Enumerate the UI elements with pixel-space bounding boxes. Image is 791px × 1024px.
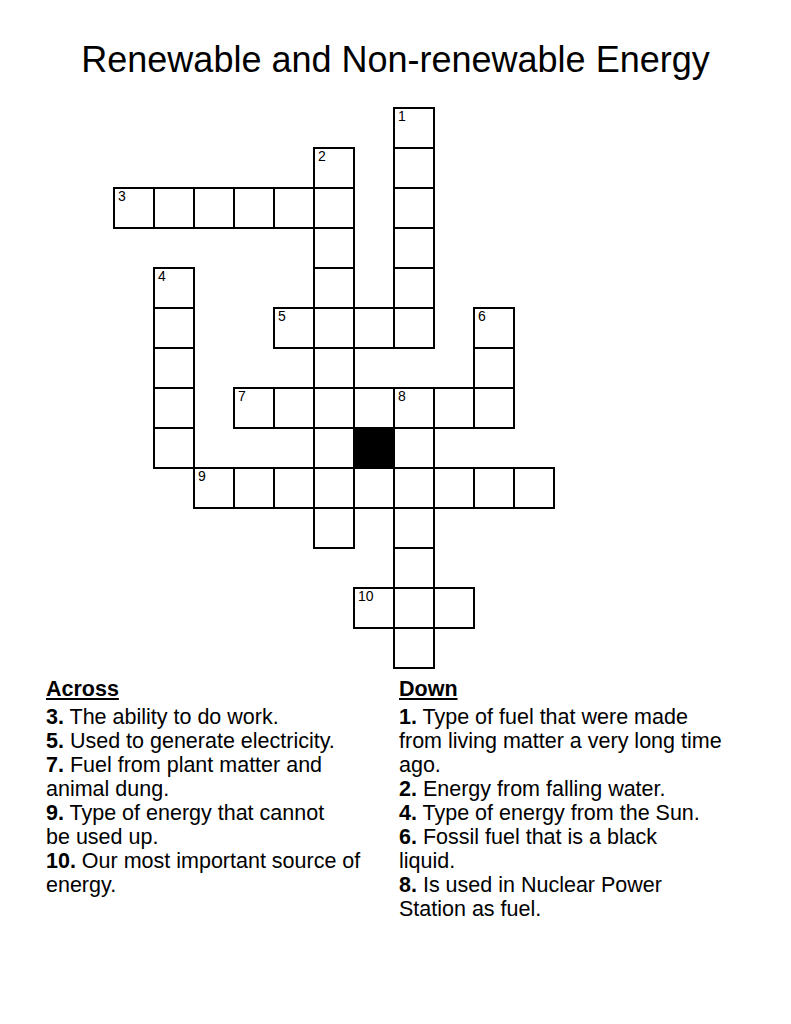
grid-cell-r7c5[interactable] — [313, 387, 355, 429]
grid-cell-r12c6[interactable]: 10 — [353, 587, 395, 629]
page-title: Renewable and Non-renewable Energy — [0, 39, 791, 80]
down-clue-8: 8. Is used in Nuclear PowerStation as fu… — [399, 873, 751, 921]
grid-cell-r9c9[interactable] — [473, 467, 515, 509]
grid-cell-r4c7[interactable] — [393, 267, 435, 309]
across-clue-3: 3. The ability to do work. — [46, 705, 396, 729]
grid-cell-r5c1[interactable] — [153, 307, 195, 349]
grid-cell-r9c4[interactable] — [273, 467, 315, 509]
grid-cell-r2c5[interactable] — [313, 187, 355, 229]
grid-cell-r2c0[interactable]: 3 — [113, 187, 155, 229]
grid-cell-r10c7[interactable] — [393, 507, 435, 549]
down-clue-1: 1. Type of fuel that were madefrom livin… — [399, 705, 751, 777]
across-clue-9: 9. Type of energy that cannotbe used up. — [46, 801, 396, 849]
grid-cell-r9c3[interactable] — [233, 467, 275, 509]
grid-cell-r7c8[interactable] — [433, 387, 475, 429]
clue-number-8: 8 — [398, 389, 406, 404]
grid-cell-r9c7[interactable] — [393, 467, 435, 509]
across-clue-list: 3. The ability to do work.5. Used to gen… — [46, 705, 396, 897]
clue-number-3: 3 — [118, 189, 126, 204]
grid-cell-r6c9[interactable] — [473, 347, 515, 389]
clue-number-7: 7 — [238, 389, 246, 404]
grid-cell-r5c6[interactable] — [353, 307, 395, 349]
grid-cell-r3c5[interactable] — [313, 227, 355, 269]
clue-number-6: 6 — [478, 309, 486, 324]
grid-cell-r2c7[interactable] — [393, 187, 435, 229]
across-header: Across — [46, 677, 396, 701]
grid-cell-r12c8[interactable] — [433, 587, 475, 629]
grid-cell-r8c5[interactable] — [313, 427, 355, 469]
grid-cell-r12c7[interactable] — [393, 587, 435, 629]
grid-cell-r1c5[interactable]: 2 — [313, 147, 355, 189]
grid-cell-r7c3[interactable]: 7 — [233, 387, 275, 429]
crossword-grid: 12345678910 — [113, 107, 555, 669]
clue-number-4: 4 — [158, 269, 166, 284]
grid-cell-r6c1[interactable] — [153, 347, 195, 389]
clue-number-2: 2 — [318, 149, 326, 164]
down-clue-2: 2. Energy from falling water. — [399, 777, 751, 801]
grid-cell-r4c5[interactable] — [313, 267, 355, 309]
grid-cell-r7c9[interactable] — [473, 387, 515, 429]
grid-cell-r0c7[interactable]: 1 — [393, 107, 435, 149]
grid-cell-r2c4[interactable] — [273, 187, 315, 229]
grid-cell-r5c5[interactable] — [313, 307, 355, 349]
grid-cell-r5c4[interactable]: 5 — [273, 307, 315, 349]
down-header: Down — [399, 677, 751, 701]
grid-cell-r10c5[interactable] — [313, 507, 355, 549]
grid-cell-r9c10[interactable] — [513, 467, 555, 509]
clue-number-10: 10 — [358, 589, 374, 604]
grid-cell-r7c6[interactable] — [353, 387, 395, 429]
clue-number-1: 1 — [398, 109, 406, 124]
black-cell-r8c6 — [353, 427, 395, 469]
grid-cell-r7c4[interactable] — [273, 387, 315, 429]
down-clue-4: 4. Type of energy from the Sun. — [399, 801, 751, 825]
grid-cell-r7c1[interactable] — [153, 387, 195, 429]
grid-cell-r6c5[interactable] — [313, 347, 355, 389]
grid-cell-r3c7[interactable] — [393, 227, 435, 269]
down-clue-6: 6. Fossil fuel that is a blackliquid. — [399, 825, 751, 873]
grid-cell-r9c5[interactable] — [313, 467, 355, 509]
grid-cell-r8c7[interactable] — [393, 427, 435, 469]
grid-cell-r2c1[interactable] — [153, 187, 195, 229]
grid-cell-r5c7[interactable] — [393, 307, 435, 349]
across-clue-7: 7. Fuel from plant matter andanimal dung… — [46, 753, 396, 801]
grid-cell-r8c1[interactable] — [153, 427, 195, 469]
grid-cell-r11c7[interactable] — [393, 547, 435, 589]
grid-cell-r7c7[interactable]: 8 — [393, 387, 435, 429]
grid-cell-r4c1[interactable]: 4 — [153, 267, 195, 309]
grid-cell-r2c2[interactable] — [193, 187, 235, 229]
grid-cell-r1c7[interactable] — [393, 147, 435, 189]
down-clue-list: 1. Type of fuel that were madefrom livin… — [399, 705, 751, 921]
clue-number-9: 9 — [198, 469, 206, 484]
grid-cell-r9c6[interactable] — [353, 467, 395, 509]
across-clues-column: Across 3. The ability to do work.5. Used… — [46, 677, 396, 897]
down-clues-column: Down 1. Type of fuel that were madefrom … — [399, 677, 751, 921]
grid-cell-r2c3[interactable] — [233, 187, 275, 229]
grid-cell-r9c8[interactable] — [433, 467, 475, 509]
grid-cell-r9c2[interactable]: 9 — [193, 467, 235, 509]
across-clue-10: 10. Our most important source ofenergy. — [46, 849, 396, 897]
grid-cell-r5c9[interactable]: 6 — [473, 307, 515, 349]
clue-number-5: 5 — [278, 309, 286, 324]
grid-cell-r13c7[interactable] — [393, 627, 435, 669]
across-clue-5: 5. Used to generate electricity. — [46, 729, 396, 753]
